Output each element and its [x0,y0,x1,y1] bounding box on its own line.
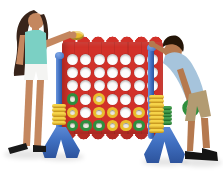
girl-leg-front [23,80,33,146]
girl-hand [70,32,77,39]
yellow-ring-disc [107,120,119,132]
empty-hole [107,80,118,91]
empty-hole [134,54,145,65]
empty-hole [120,67,131,78]
empty-hole [94,80,105,91]
board-cell [106,106,119,119]
board-cell [93,53,106,66]
boy-leg-front [187,121,195,151]
boy-figure [144,34,222,170]
empty-hole [107,94,118,105]
boy-shoe-back [202,148,218,161]
boy-hand-on-board [149,41,155,47]
girl-tank-top [25,30,47,67]
empty-hole [94,54,105,65]
empty-hole [107,54,118,65]
empty-hole [107,67,118,78]
boy-leg-back [201,118,210,148]
board-cell [106,53,119,66]
empty-hole [134,67,145,78]
empty-hole [134,94,145,105]
board-cell [93,66,106,79]
board-cell [106,66,119,79]
girl-leg-back [34,80,44,146]
yellow-ring-disc [107,107,119,119]
empty-hole [94,67,105,78]
empty-hole [134,80,145,91]
boy-shoe-front [185,151,202,160]
board-cell [119,106,132,119]
board-cell [93,106,106,119]
empty-hole [120,94,131,105]
board-cell [119,93,132,106]
empty-hole [120,54,131,65]
empty-hole [120,107,131,118]
girl-sandal-back [33,145,46,152]
board-cell [119,66,132,79]
girl-shorts [24,64,48,80]
board-cell [93,79,106,92]
board-cell [93,119,106,132]
girl-sandal-front [8,143,28,154]
board-cell [106,119,119,132]
board-cell [106,79,119,92]
yellow-ring-disc [93,93,105,105]
board-cell [106,93,119,106]
board-cell [119,79,132,92]
yellow-ring-disc [93,107,105,119]
green-ring-disc [93,120,105,132]
product-photo-giant-connect-four [0,0,223,180]
board-cell [93,93,106,106]
board-cell [119,119,132,132]
girl-figure [0,6,84,166]
yellow-ring-disc [120,120,132,132]
board-cell [119,53,132,66]
empty-hole [120,80,131,91]
